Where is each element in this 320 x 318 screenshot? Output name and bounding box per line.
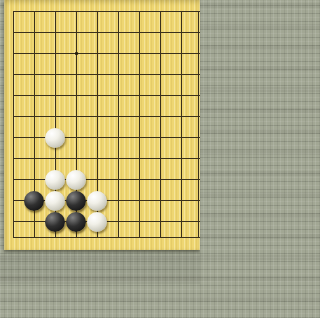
white-stone	[45, 191, 65, 211]
grid-line-horizontal	[13, 237, 200, 238]
grid-line-horizontal	[13, 158, 200, 159]
white-stone	[87, 191, 107, 211]
white-stone	[66, 170, 86, 190]
grid-line-horizontal	[13, 53, 200, 54]
grid-line-vertical	[139, 12, 140, 239]
black-stone	[66, 191, 86, 211]
white-stone	[45, 128, 65, 148]
grid-line-horizontal	[13, 74, 200, 75]
star-point	[75, 52, 78, 55]
grid-line-vertical	[160, 12, 161, 239]
grid-line-vertical	[181, 12, 182, 239]
grid-line-vertical	[198, 12, 199, 239]
go-board[interactable]	[4, 0, 200, 250]
black-stone	[45, 212, 65, 232]
black-stone	[66, 212, 86, 232]
control-band	[0, 256, 200, 284]
grid-line-vertical	[13, 12, 14, 239]
grid-line-horizontal	[13, 11, 200, 12]
grid-line-vertical	[118, 12, 119, 239]
white-stone	[87, 212, 107, 232]
black-stone	[24, 191, 44, 211]
grid-line-horizontal	[13, 95, 200, 96]
white-stone	[45, 170, 65, 190]
grid-line-horizontal	[13, 179, 200, 180]
grid-line-horizontal	[13, 32, 200, 33]
grid-line-horizontal	[13, 116, 200, 117]
grid-line-horizontal	[13, 137, 200, 138]
control-bar: No.2	[0, 250, 200, 318]
